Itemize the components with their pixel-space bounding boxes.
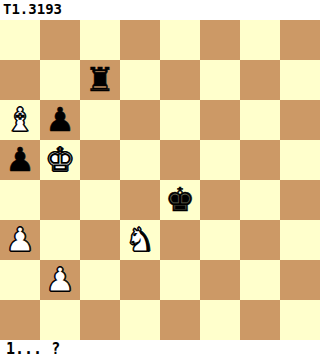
- square-h7[interactable]: [280, 60, 320, 100]
- square-e7[interactable]: [160, 60, 200, 100]
- square-d4[interactable]: [120, 180, 160, 220]
- square-g8[interactable]: [240, 20, 280, 60]
- piece-white-knight: ♞: [120, 220, 160, 260]
- square-d5[interactable]: [120, 140, 160, 180]
- square-g4[interactable]: [240, 180, 280, 220]
- square-a6[interactable]: ♝: [0, 100, 40, 140]
- square-f1[interactable]: [200, 300, 240, 340]
- square-g3[interactable]: [240, 220, 280, 260]
- square-c6[interactable]: [80, 100, 120, 140]
- square-c1[interactable]: [80, 300, 120, 340]
- square-a1[interactable]: [0, 300, 40, 340]
- square-h4[interactable]: [280, 180, 320, 220]
- square-f8[interactable]: [200, 20, 240, 60]
- square-e5[interactable]: [160, 140, 200, 180]
- square-e4[interactable]: ♚: [160, 180, 200, 220]
- square-b5[interactable]: ♚: [40, 140, 80, 180]
- square-c3[interactable]: [80, 220, 120, 260]
- square-h8[interactable]: [280, 20, 320, 60]
- square-b4[interactable]: [40, 180, 80, 220]
- square-g7[interactable]: [240, 60, 280, 100]
- chess-board: ♜♝♟♟♚♚♟♞♟: [0, 20, 320, 340]
- square-g6[interactable]: [240, 100, 280, 140]
- square-h6[interactable]: [280, 100, 320, 140]
- square-d8[interactable]: [120, 20, 160, 60]
- square-e3[interactable]: [160, 220, 200, 260]
- square-e2[interactable]: [160, 260, 200, 300]
- square-h5[interactable]: [280, 140, 320, 180]
- square-e1[interactable]: [160, 300, 200, 340]
- move-prompt-label: 1... ?: [0, 340, 320, 360]
- square-b1[interactable]: [40, 300, 80, 340]
- square-d1[interactable]: [120, 300, 160, 340]
- square-d3[interactable]: ♞: [120, 220, 160, 260]
- square-e6[interactable]: [160, 100, 200, 140]
- chess-puzzle-screen: T1.3193 ♜♝♟♟♚♚♟♞♟ 1... ?: [0, 0, 320, 360]
- square-a2[interactable]: [0, 260, 40, 300]
- square-e8[interactable]: [160, 20, 200, 60]
- square-b7[interactable]: [40, 60, 80, 100]
- square-b3[interactable]: [40, 220, 80, 260]
- piece-white-king: ♚: [40, 140, 80, 180]
- piece-black-pawn: ♟: [40, 100, 80, 140]
- puzzle-id-label: T1.3193: [0, 0, 320, 20]
- square-c7[interactable]: ♜: [80, 60, 120, 100]
- square-b6[interactable]: ♟: [40, 100, 80, 140]
- square-f7[interactable]: [200, 60, 240, 100]
- square-h2[interactable]: [280, 260, 320, 300]
- square-a4[interactable]: [0, 180, 40, 220]
- square-f6[interactable]: [200, 100, 240, 140]
- piece-black-pawn: ♟: [0, 140, 40, 180]
- square-g5[interactable]: [240, 140, 280, 180]
- square-a3[interactable]: ♟: [0, 220, 40, 260]
- square-h1[interactable]: [280, 300, 320, 340]
- square-a7[interactable]: [0, 60, 40, 100]
- square-g1[interactable]: [240, 300, 280, 340]
- square-d7[interactable]: [120, 60, 160, 100]
- square-c8[interactable]: [80, 20, 120, 60]
- square-b2[interactable]: ♟: [40, 260, 80, 300]
- square-h3[interactable]: [280, 220, 320, 260]
- square-g2[interactable]: [240, 260, 280, 300]
- piece-white-pawn: ♟: [40, 260, 80, 300]
- square-a8[interactable]: [0, 20, 40, 60]
- piece-black-rook: ♜: [80, 60, 120, 100]
- square-f5[interactable]: [200, 140, 240, 180]
- piece-white-bishop: ♝: [0, 100, 40, 140]
- square-f2[interactable]: [200, 260, 240, 300]
- piece-black-king: ♚: [160, 180, 200, 220]
- square-a5[interactable]: ♟: [0, 140, 40, 180]
- piece-white-pawn: ♟: [0, 220, 40, 260]
- square-b8[interactable]: [40, 20, 80, 60]
- square-d2[interactable]: [120, 260, 160, 300]
- square-c5[interactable]: [80, 140, 120, 180]
- square-c2[interactable]: [80, 260, 120, 300]
- square-c4[interactable]: [80, 180, 120, 220]
- square-d6[interactable]: [120, 100, 160, 140]
- square-f3[interactable]: [200, 220, 240, 260]
- square-f4[interactable]: [200, 180, 240, 220]
